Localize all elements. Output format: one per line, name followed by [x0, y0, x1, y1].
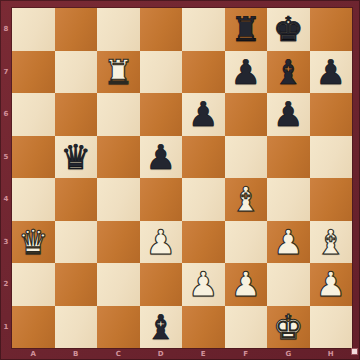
rank-label-2: 2 — [0, 263, 12, 306]
square-b8[interactable] — [55, 8, 98, 51]
square-f7[interactable]: ♟ — [225, 51, 268, 94]
file-label-d: D — [140, 348, 183, 360]
square-c2[interactable] — [97, 263, 140, 306]
square-a1[interactable] — [12, 306, 55, 349]
square-f4[interactable]: ♝ — [225, 178, 268, 221]
square-g2[interactable] — [267, 263, 310, 306]
square-e6[interactable]: ♟ — [182, 93, 225, 136]
square-d7[interactable] — [140, 51, 183, 94]
square-b3[interactable] — [55, 221, 98, 264]
black-pawn-d5[interactable]: ♟ — [146, 136, 176, 179]
black-rook-f8[interactable]: ♜ — [231, 8, 261, 51]
square-e1[interactable] — [182, 306, 225, 349]
black-pawn-g6[interactable]: ♟ — [273, 93, 303, 136]
square-h6[interactable] — [310, 93, 353, 136]
square-c5[interactable] — [97, 136, 140, 179]
rank-label-7: 7 — [0, 51, 12, 94]
file-label-f: F — [225, 348, 268, 360]
square-e7[interactable] — [182, 51, 225, 94]
chess-board: ♜♚♜♟♝♟♟♟♛♟♝♛♟♟♝♟♟♟♝♚ — [12, 8, 352, 348]
black-bishop-d1[interactable]: ♝ — [146, 306, 176, 349]
square-c6[interactable] — [97, 93, 140, 136]
file-label-e: E — [182, 348, 225, 360]
square-e5[interactable] — [182, 136, 225, 179]
square-b6[interactable] — [55, 93, 98, 136]
square-h3[interactable]: ♝ — [310, 221, 353, 264]
square-b7[interactable] — [55, 51, 98, 94]
square-a2[interactable] — [12, 263, 55, 306]
white-to-move-indicator — [351, 348, 358, 355]
square-g3[interactable]: ♟ — [267, 221, 310, 264]
white-queen-a3[interactable]: ♛ — [18, 221, 48, 264]
square-d8[interactable] — [140, 8, 183, 51]
square-g6[interactable]: ♟ — [267, 93, 310, 136]
white-bishop-h3[interactable]: ♝ — [316, 221, 346, 264]
square-f1[interactable] — [225, 306, 268, 349]
square-c7[interactable]: ♜ — [97, 51, 140, 94]
square-e8[interactable] — [182, 8, 225, 51]
white-pawn-d3[interactable]: ♟ — [146, 221, 176, 264]
white-bishop-f4[interactable]: ♝ — [231, 178, 261, 221]
square-h2[interactable]: ♟ — [310, 263, 353, 306]
square-d2[interactable] — [140, 263, 183, 306]
file-label-h: H — [310, 348, 353, 360]
rank-label-1: 1 — [0, 306, 12, 349]
square-a7[interactable] — [12, 51, 55, 94]
square-a3[interactable]: ♛ — [12, 221, 55, 264]
square-e3[interactable] — [182, 221, 225, 264]
square-f3[interactable] — [225, 221, 268, 264]
file-label-g: G — [267, 348, 310, 360]
rank-label-5: 5 — [0, 136, 12, 179]
rank-label-3: 3 — [0, 221, 12, 264]
square-d6[interactable] — [140, 93, 183, 136]
square-d4[interactable] — [140, 178, 183, 221]
black-pawn-e6[interactable]: ♟ — [188, 93, 218, 136]
square-g8[interactable]: ♚ — [267, 8, 310, 51]
square-b4[interactable] — [55, 178, 98, 221]
square-g7[interactable]: ♝ — [267, 51, 310, 94]
square-h4[interactable] — [310, 178, 353, 221]
square-c8[interactable] — [97, 8, 140, 51]
square-f5[interactable] — [225, 136, 268, 179]
black-queen-b5[interactable]: ♛ — [61, 136, 91, 179]
rank-label-6: 6 — [0, 93, 12, 136]
rank-label-4: 4 — [0, 178, 12, 221]
white-pawn-g3[interactable]: ♟ — [273, 221, 303, 264]
black-pawn-h7[interactable]: ♟ — [316, 51, 346, 94]
square-d5[interactable]: ♟ — [140, 136, 183, 179]
square-d3[interactable]: ♟ — [140, 221, 183, 264]
square-g1[interactable]: ♚ — [267, 306, 310, 349]
square-h1[interactable] — [310, 306, 353, 349]
square-h5[interactable] — [310, 136, 353, 179]
black-king-g8[interactable]: ♚ — [273, 8, 303, 51]
square-b2[interactable] — [55, 263, 98, 306]
white-pawn-h2[interactable]: ♟ — [316, 263, 346, 306]
square-e4[interactable] — [182, 178, 225, 221]
square-c1[interactable] — [97, 306, 140, 349]
square-d1[interactable]: ♝ — [140, 306, 183, 349]
square-h8[interactable] — [310, 8, 353, 51]
rank-label-8: 8 — [0, 8, 12, 51]
square-b5[interactable]: ♛ — [55, 136, 98, 179]
square-b1[interactable] — [55, 306, 98, 349]
square-h7[interactable]: ♟ — [310, 51, 353, 94]
square-c3[interactable] — [97, 221, 140, 264]
square-c4[interactable] — [97, 178, 140, 221]
square-g4[interactable] — [267, 178, 310, 221]
white-pawn-f2[interactable]: ♟ — [231, 263, 261, 306]
square-a8[interactable] — [12, 8, 55, 51]
square-g5[interactable] — [267, 136, 310, 179]
white-king-g1[interactable]: ♚ — [273, 306, 303, 349]
square-f8[interactable]: ♜ — [225, 8, 268, 51]
file-label-b: B — [55, 348, 98, 360]
square-f2[interactable]: ♟ — [225, 263, 268, 306]
square-a6[interactable] — [12, 93, 55, 136]
black-pawn-f7[interactable]: ♟ — [231, 51, 261, 94]
file-label-a: A — [12, 348, 55, 360]
black-bishop-g7[interactable]: ♝ — [273, 51, 303, 94]
white-pawn-e2[interactable]: ♟ — [188, 263, 218, 306]
square-a4[interactable] — [12, 178, 55, 221]
white-rook-c7[interactable]: ♜ — [103, 51, 133, 94]
square-e2[interactable]: ♟ — [182, 263, 225, 306]
square-f6[interactable] — [225, 93, 268, 136]
board-frame: ♜♚♜♟♝♟♟♟♛♟♝♛♟♟♝♟♟♟♝♚ 87654321 ABCDEFGH — [0, 0, 360, 360]
square-a5[interactable] — [12, 136, 55, 179]
file-label-c: C — [97, 348, 140, 360]
